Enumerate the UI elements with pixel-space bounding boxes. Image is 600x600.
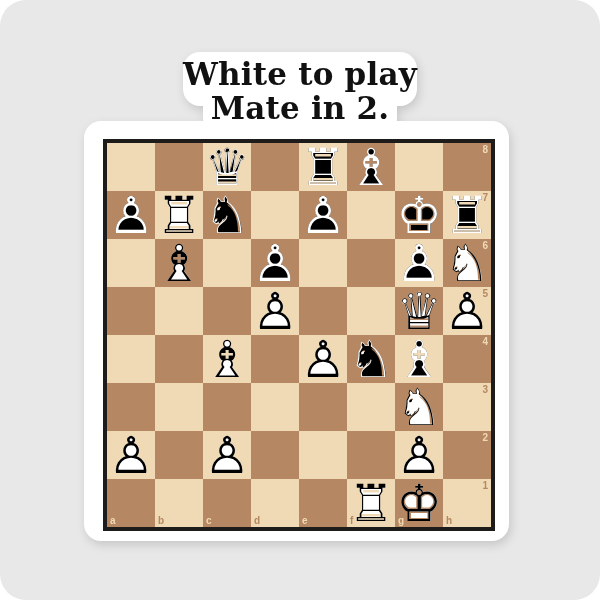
knight-icon: ♞ [443,239,491,287]
rank-label-8: 8 [482,144,488,155]
square-d5[interactable]: ♟♙ [251,287,299,335]
square-e7[interactable]: ♟♙ [299,191,347,239]
bishop-icon: ♝ [203,335,251,383]
knight-outline-icon: ♘ [443,239,491,287]
pawn-icon: ♟ [299,335,347,383]
white-king-g1: ♚♔ [395,479,443,527]
black-pawn-d6: ♟♙ [251,239,299,287]
knight-icon: ♞ [203,191,251,239]
bishop-icon: ♝ [395,335,443,383]
file-label-d: d [254,515,260,526]
file-label-b: b [158,515,164,526]
square-a1[interactable]: a [107,479,155,527]
square-g8[interactable] [395,143,443,191]
square-d2[interactable] [251,431,299,479]
bishop-outline-icon: ♗ [155,239,203,287]
square-f7[interactable] [347,191,395,239]
rook-outline-icon: ♖ [155,191,203,239]
white-bishop-b6: ♝♗ [155,239,203,287]
white-queen-g5: ♛♕ [395,287,443,335]
square-b4[interactable] [155,335,203,383]
square-a8[interactable] [107,143,155,191]
square-a3[interactable] [107,383,155,431]
square-a5[interactable] [107,287,155,335]
pawn-outline-icon: ♙ [251,239,299,287]
bishop-icon: ♝ [347,143,395,191]
puzzle-title-line-2: Mate in 2. [140,91,460,125]
square-g2[interactable]: ♟♙ [395,431,443,479]
pawn-icon: ♟ [251,239,299,287]
black-pawn-e7: ♟♙ [299,191,347,239]
white-knight-g3: ♞♘ [395,383,443,431]
black-rook-e8: ♜♖ [299,143,347,191]
pawn-icon: ♟ [107,191,155,239]
square-g7[interactable]: ♚♔ [395,191,443,239]
white-pawn-h5: ♟♙ [443,287,491,335]
queen-outline-icon: ♕ [395,287,443,335]
white-pawn-d5: ♟♙ [251,287,299,335]
square-f6[interactable] [347,239,395,287]
square-d8[interactable] [251,143,299,191]
sticker: White to play Mate in 2. ♛♕♜♖♝♗8♟♙♜♖♞♘♟♙… [0,0,600,600]
knight-outline-icon: ♘ [203,191,251,239]
black-knight-f4: ♞♘ [347,335,395,383]
square-c6[interactable] [203,239,251,287]
rook-icon: ♜ [443,191,491,239]
black-king-g7: ♚♔ [395,191,443,239]
file-label-c: c [206,515,212,526]
square-h8[interactable]: 8 [443,143,491,191]
rook-icon: ♜ [347,479,395,527]
file-label-h: h [446,515,452,526]
file-label-a: a [110,515,116,526]
square-b6[interactable]: ♝♗ [155,239,203,287]
square-g4[interactable]: ♝♗ [395,335,443,383]
square-d4[interactable] [251,335,299,383]
square-a6[interactable] [107,239,155,287]
pawn-outline-icon: ♙ [107,191,155,239]
square-e1[interactable]: e [299,479,347,527]
queen-icon: ♛ [203,143,251,191]
pawn-icon: ♟ [299,191,347,239]
square-e4[interactable]: ♟♙ [299,335,347,383]
rank-label-3: 3 [482,384,488,395]
square-f4[interactable]: ♞♘ [347,335,395,383]
pawn-outline-icon: ♙ [395,239,443,287]
square-g3[interactable]: ♞♘ [395,383,443,431]
rank-label-2: 2 [482,432,488,443]
black-rook-h7: ♜♖ [443,191,491,239]
bishop-outline-icon: ♗ [203,335,251,383]
queen-icon: ♛ [395,287,443,335]
white-pawn-e4: ♟♙ [299,335,347,383]
square-a7[interactable]: ♟♙ [107,191,155,239]
square-e5[interactable] [299,287,347,335]
square-a2[interactable]: ♟♙ [107,431,155,479]
chess-board: ♛♕♜♖♝♗8♟♙♜♖♞♘♟♙♚♔7♜♖♝♗♟♙♟♙6♞♘♟♙♛♕5♟♙♝♗♟♙… [103,139,495,531]
square-f2[interactable] [347,431,395,479]
king-icon: ♚ [395,479,443,527]
white-bishop-c4: ♝♗ [203,335,251,383]
pawn-outline-icon: ♙ [299,191,347,239]
pawn-outline-icon: ♙ [299,335,347,383]
square-c7[interactable]: ♞♘ [203,191,251,239]
queen-outline-icon: ♕ [203,143,251,191]
knight-outline-icon: ♘ [347,335,395,383]
square-e3[interactable] [299,383,347,431]
square-f8[interactable]: ♝♗ [347,143,395,191]
square-h1[interactable]: h1 [443,479,491,527]
file-label-e: e [302,515,308,526]
square-b7[interactable]: ♜♖ [155,191,203,239]
square-h6[interactable]: 6♞♘ [443,239,491,287]
square-c5[interactable] [203,287,251,335]
square-e8[interactable]: ♜♖ [299,143,347,191]
black-bishop-f8: ♝♗ [347,143,395,191]
rank-label-1: 1 [482,480,488,491]
knight-outline-icon: ♘ [395,383,443,431]
square-h4[interactable]: 4 [443,335,491,383]
rook-icon: ♜ [155,191,203,239]
pawn-outline-icon: ♙ [395,431,443,479]
white-pawn-g2: ♟♙ [395,431,443,479]
square-g5[interactable]: ♛♕ [395,287,443,335]
black-queen-c8: ♛♕ [203,143,251,191]
square-h3[interactable]: 3 [443,383,491,431]
square-g1[interactable]: g♚♔ [395,479,443,527]
puzzle-title-line-1: White to play [140,57,460,91]
rook-outline-icon: ♖ [299,143,347,191]
black-pawn-a7: ♟♙ [107,191,155,239]
pawn-outline-icon: ♙ [107,431,155,479]
pawn-icon: ♟ [395,431,443,479]
square-b1[interactable]: b [155,479,203,527]
square-b8[interactable] [155,143,203,191]
pawn-outline-icon: ♙ [251,287,299,335]
square-d1[interactable]: d [251,479,299,527]
pawn-icon: ♟ [107,431,155,479]
square-b3[interactable] [155,383,203,431]
white-knight-h6: ♞♘ [443,239,491,287]
pawn-icon: ♟ [203,431,251,479]
bishop-outline-icon: ♗ [347,143,395,191]
bishop-icon: ♝ [155,239,203,287]
square-c4[interactable]: ♝♗ [203,335,251,383]
pawn-outline-icon: ♙ [203,431,251,479]
square-c1[interactable]: c [203,479,251,527]
king-outline-icon: ♔ [395,191,443,239]
square-c3[interactable] [203,383,251,431]
king-icon: ♚ [395,191,443,239]
rank-label-4: 4 [482,336,488,347]
square-g6[interactable]: ♟♙ [395,239,443,287]
square-f5[interactable] [347,287,395,335]
rook-outline-icon: ♖ [443,191,491,239]
bishop-outline-icon: ♗ [395,335,443,383]
knight-icon: ♞ [347,335,395,383]
square-d7[interactable] [251,191,299,239]
black-pawn-g6: ♟♙ [395,239,443,287]
square-h2[interactable]: 2 [443,431,491,479]
white-rook-b7: ♜♖ [155,191,203,239]
pawn-outline-icon: ♙ [443,287,491,335]
square-d6[interactable]: ♟♙ [251,239,299,287]
square-h5[interactable]: 5♟♙ [443,287,491,335]
square-d3[interactable] [251,383,299,431]
pawn-icon: ♟ [443,287,491,335]
rook-outline-icon: ♖ [347,479,395,527]
square-c2[interactable]: ♟♙ [203,431,251,479]
puzzle-title: White to play Mate in 2. [140,57,460,125]
square-a4[interactable] [107,335,155,383]
black-knight-c7: ♞♘ [203,191,251,239]
square-b5[interactable] [155,287,203,335]
white-pawn-c2: ♟♙ [203,431,251,479]
square-f3[interactable] [347,383,395,431]
white-pawn-a2: ♟♙ [107,431,155,479]
square-b2[interactable] [155,431,203,479]
black-bishop-g4: ♝♗ [395,335,443,383]
king-outline-icon: ♔ [395,479,443,527]
pawn-icon: ♟ [395,239,443,287]
square-h7[interactable]: 7♜♖ [443,191,491,239]
rook-icon: ♜ [299,143,347,191]
square-c8[interactable]: ♛♕ [203,143,251,191]
square-e2[interactable] [299,431,347,479]
knight-icon: ♞ [395,383,443,431]
white-rook-f1: ♜♖ [347,479,395,527]
square-e6[interactable] [299,239,347,287]
page-background: White to play Mate in 2. ♛♕♜♖♝♗8♟♙♜♖♞♘♟♙… [0,0,600,600]
square-f1[interactable]: f♜♖ [347,479,395,527]
pawn-icon: ♟ [251,287,299,335]
